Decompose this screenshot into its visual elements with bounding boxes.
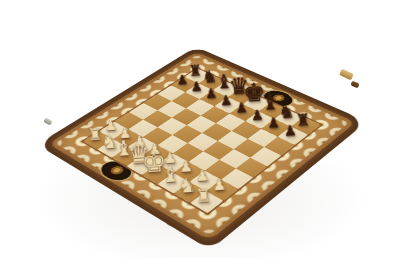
product-photo-scene: ♜♞♝♛♚♝♞♜♟♟♟♟♟♟♟♟♟♟♟♟♟♟♟♟♜♞♝♛♚♝♞♜ (0, 0, 400, 268)
chess-board-3d: ♜♞♝♛♚♝♞♜♟♟♟♟♟♟♟♟♟♟♟♟♟♟♟♟♜♞♝♛♚♝♞♜ (48, 52, 356, 241)
white-pawn: ♟ (148, 142, 162, 157)
left-hinge-latch (43, 117, 52, 125)
right-corner-clasp-small (350, 81, 359, 89)
right-corner-clasp (339, 69, 354, 81)
